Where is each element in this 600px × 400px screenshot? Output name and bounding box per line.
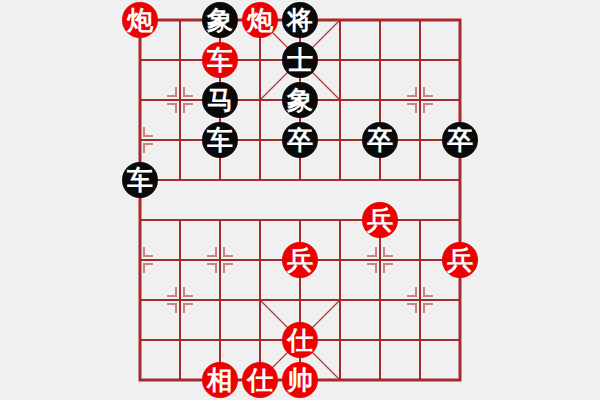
- red-chariot[interactable]: 车: [202, 42, 238, 78]
- black-chariot[interactable]: 车: [202, 122, 238, 158]
- red-elephant[interactable]: 相: [202, 362, 238, 398]
- black-horse[interactable]: 马: [202, 82, 238, 118]
- red-pawn[interactable]: 兵: [282, 242, 318, 278]
- black-advisor[interactable]: 士: [282, 42, 318, 78]
- red-pawn[interactable]: 兵: [362, 202, 398, 238]
- red-general[interactable]: 帅: [282, 362, 318, 398]
- black-pawn[interactable]: 卒: [282, 122, 318, 158]
- xiangqi-diagram: 炮象炮将车士马象车卒卒卒车兵兵兵仕相仕帅: [0, 0, 600, 400]
- black-general[interactable]: 将: [282, 2, 318, 38]
- red-cannon[interactable]: 炮: [242, 2, 278, 38]
- piece-layer: 炮象炮将车士马象车卒卒卒车兵兵兵仕相仕帅: [120, 0, 480, 400]
- red-cannon[interactable]: 炮: [122, 2, 158, 38]
- xiangqi-board[interactable]: 炮象炮将车士马象车卒卒卒车兵兵兵仕相仕帅: [120, 0, 480, 400]
- black-elephant[interactable]: 象: [202, 2, 238, 38]
- red-advisor[interactable]: 仕: [282, 322, 318, 358]
- red-pawn[interactable]: 兵: [442, 242, 478, 278]
- black-pawn[interactable]: 卒: [362, 122, 398, 158]
- red-advisor[interactable]: 仕: [242, 362, 278, 398]
- black-chariot[interactable]: 车: [122, 162, 158, 198]
- black-pawn[interactable]: 卒: [442, 122, 478, 158]
- black-elephant[interactable]: 象: [282, 82, 318, 118]
